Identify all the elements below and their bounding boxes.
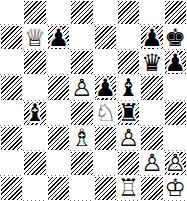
- square-h4[interactable]: [164, 101, 187, 126]
- black-pawn: ♟: [48, 26, 70, 50]
- square-f6[interactable]: [117, 50, 140, 75]
- chess-board: ♕♟♟♚♛♟♙♟♝♝♘♜♗♙♙♙♖♔: [0, 0, 187, 201]
- black-bishop: ♝: [118, 76, 140, 100]
- square-e8[interactable]: [94, 0, 117, 25]
- square-g5[interactable]: [140, 75, 163, 100]
- square-a7[interactable]: [0, 25, 23, 50]
- square-b4[interactable]: ♝: [23, 101, 46, 126]
- square-f4[interactable]: ♜: [117, 101, 140, 126]
- square-c5[interactable]: [47, 75, 70, 100]
- square-d8[interactable]: [70, 0, 93, 25]
- square-f3[interactable]: ♙: [117, 126, 140, 151]
- square-a5[interactable]: [0, 75, 23, 100]
- square-g6[interactable]: ♛: [140, 50, 163, 75]
- square-h8[interactable]: [164, 0, 187, 25]
- square-c4[interactable]: [47, 101, 70, 126]
- square-e6[interactable]: [94, 50, 117, 75]
- square-a1[interactable]: [0, 176, 23, 201]
- white-bishop: ♗: [71, 126, 93, 150]
- square-b6[interactable]: [23, 50, 46, 75]
- square-f8[interactable]: [117, 0, 140, 25]
- square-a3[interactable]: [0, 126, 23, 151]
- square-c7[interactable]: ♟: [47, 25, 70, 50]
- square-a2[interactable]: [0, 151, 23, 176]
- white-queen: ♕: [24, 26, 46, 50]
- square-b7[interactable]: ♕: [23, 25, 46, 50]
- square-h2[interactable]: ♙: [164, 151, 187, 176]
- square-f2[interactable]: [117, 151, 140, 176]
- square-c3[interactable]: [47, 126, 70, 151]
- white-rook: ♖: [118, 176, 140, 200]
- square-b8[interactable]: [23, 0, 46, 25]
- black-queen: ♛: [141, 51, 163, 75]
- square-a4[interactable]: [0, 101, 23, 126]
- square-d1[interactable]: [70, 176, 93, 201]
- square-b3[interactable]: [23, 126, 46, 151]
- square-d3[interactable]: ♗: [70, 126, 93, 151]
- square-e1[interactable]: [94, 176, 117, 201]
- square-g3[interactable]: [140, 126, 163, 151]
- white-king: ♔: [165, 176, 187, 200]
- square-h5[interactable]: [164, 75, 187, 100]
- square-g2[interactable]: ♙: [140, 151, 163, 176]
- square-e2[interactable]: [94, 151, 117, 176]
- square-c2[interactable]: [47, 151, 70, 176]
- square-h1[interactable]: ♔: [164, 176, 187, 201]
- square-c6[interactable]: [47, 50, 70, 75]
- white-pawn: ♙: [141, 151, 163, 175]
- square-d6[interactable]: [70, 50, 93, 75]
- square-c8[interactable]: [47, 0, 70, 25]
- square-f7[interactable]: [117, 25, 140, 50]
- black-pawn: ♟: [94, 76, 116, 100]
- square-e4[interactable]: ♘: [94, 101, 117, 126]
- black-bishop: ♝: [24, 101, 46, 125]
- square-g7[interactable]: ♟: [140, 25, 163, 50]
- square-e5[interactable]: ♟: [94, 75, 117, 100]
- square-b2[interactable]: [23, 151, 46, 176]
- square-e3[interactable]: [94, 126, 117, 151]
- square-c1[interactable]: [47, 176, 70, 201]
- chess-diagram: ♕♟♟♚♛♟♙♟♝♝♘♜♗♙♙♙♖♔: [0, 0, 187, 201]
- square-g8[interactable]: [140, 0, 163, 25]
- black-pawn: ♟: [165, 51, 187, 75]
- square-a8[interactable]: [0, 0, 23, 25]
- black-pawn: ♟: [141, 26, 163, 50]
- square-a6[interactable]: [0, 50, 23, 75]
- square-h3[interactable]: [164, 126, 187, 151]
- square-f5[interactable]: ♝: [117, 75, 140, 100]
- square-g1[interactable]: [140, 176, 163, 201]
- white-pawn: ♙: [165, 151, 187, 175]
- white-pawn: ♙: [71, 76, 93, 100]
- square-d4[interactable]: [70, 101, 93, 126]
- black-rook: ♜: [118, 101, 140, 125]
- square-d2[interactable]: [70, 151, 93, 176]
- square-b5[interactable]: [23, 75, 46, 100]
- square-g4[interactable]: [140, 101, 163, 126]
- square-h7[interactable]: ♚: [164, 25, 187, 50]
- square-b1[interactable]: [23, 176, 46, 201]
- square-d5[interactable]: ♙: [70, 75, 93, 100]
- black-king: ♚: [165, 26, 187, 50]
- white-knight: ♘: [94, 101, 116, 125]
- white-pawn: ♙: [118, 126, 140, 150]
- square-d7[interactable]: [70, 25, 93, 50]
- square-h6[interactable]: ♟: [164, 50, 187, 75]
- square-f1[interactable]: ♖: [117, 176, 140, 201]
- square-e7[interactable]: [94, 25, 117, 50]
